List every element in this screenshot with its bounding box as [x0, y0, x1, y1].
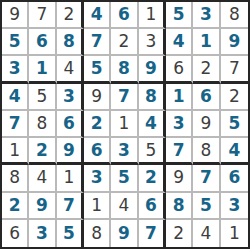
cell-r1c8[interactable]: 3: [193, 2, 220, 29]
cell-r7c8[interactable]: 7: [193, 165, 220, 192]
cell-r7c3[interactable]: 1: [57, 165, 84, 192]
cell-r1c6[interactable]: 1: [139, 2, 166, 29]
cell-r4c4[interactable]: 9: [84, 84, 111, 111]
cell-r2c5[interactable]: 2: [111, 29, 138, 56]
cell-r8c7[interactable]: 8: [166, 193, 193, 220]
cell-r9c4[interactable]: 8: [84, 220, 111, 247]
cell-r5c5[interactable]: 1: [111, 111, 138, 138]
cell-r8c1[interactable]: 2: [2, 193, 29, 220]
cell-r6c4[interactable]: 6: [84, 138, 111, 165]
cell-r5c4[interactable]: 2: [84, 111, 111, 138]
cell-r6c7[interactable]: 7: [166, 138, 193, 165]
cell-r9c5[interactable]: 9: [111, 220, 138, 247]
cell-r4c1[interactable]: 4: [2, 84, 29, 111]
cell-r9c7[interactable]: 2: [166, 220, 193, 247]
cell-r2c9[interactable]: 9: [221, 29, 248, 56]
cell-r2c3[interactable]: 8: [57, 29, 84, 56]
cell-r8c4[interactable]: 1: [84, 193, 111, 220]
cell-r1c7[interactable]: 5: [166, 2, 193, 29]
cell-r3c7[interactable]: 6: [166, 56, 193, 83]
cell-r9c2[interactable]: 3: [29, 220, 56, 247]
cell-r1c4[interactable]: 4: [84, 2, 111, 29]
cell-r5c9[interactable]: 5: [221, 111, 248, 138]
cell-r4c9[interactable]: 2: [221, 84, 248, 111]
cell-r7c5[interactable]: 5: [111, 165, 138, 192]
cell-r6c6[interactable]: 5: [139, 138, 166, 165]
cell-r5c2[interactable]: 8: [29, 111, 56, 138]
cell-r3c3[interactable]: 4: [57, 56, 84, 83]
cell-r7c9[interactable]: 6: [221, 165, 248, 192]
cell-r3c5[interactable]: 8: [111, 56, 138, 83]
cell-r6c3[interactable]: 9: [57, 138, 84, 165]
cell-r8c9[interactable]: 3: [221, 193, 248, 220]
cell-r8c5[interactable]: 4: [111, 193, 138, 220]
cell-r9c8[interactable]: 4: [193, 220, 220, 247]
cell-r9c9[interactable]: 1: [221, 220, 248, 247]
cell-r1c5[interactable]: 6: [111, 2, 138, 29]
cell-r7c6[interactable]: 2: [139, 165, 166, 192]
cell-r3c9[interactable]: 7: [221, 56, 248, 83]
cell-r2c4[interactable]: 7: [84, 29, 111, 56]
cell-r1c3[interactable]: 2: [57, 2, 84, 29]
cell-r8c2[interactable]: 9: [29, 193, 56, 220]
cell-r6c5[interactable]: 3: [111, 138, 138, 165]
cell-r5c8[interactable]: 9: [193, 111, 220, 138]
cell-r7c1[interactable]: 8: [2, 165, 29, 192]
cell-r4c7[interactable]: 1: [166, 84, 193, 111]
cell-r9c6[interactable]: 7: [139, 220, 166, 247]
cell-r4c8[interactable]: 6: [193, 84, 220, 111]
cell-r6c9[interactable]: 4: [221, 138, 248, 165]
cell-r2c2[interactable]: 6: [29, 29, 56, 56]
cell-r6c1[interactable]: 1: [2, 138, 29, 165]
cell-r2c7[interactable]: 4: [166, 29, 193, 56]
cell-r3c1[interactable]: 3: [2, 56, 29, 83]
sudoku-board: 9724615385687234193145896274539781627862…: [0, 0, 250, 249]
cell-r6c2[interactable]: 2: [29, 138, 56, 165]
cell-r7c4[interactable]: 3: [84, 165, 111, 192]
cell-r3c8[interactable]: 2: [193, 56, 220, 83]
cell-r1c2[interactable]: 7: [29, 2, 56, 29]
cell-r5c6[interactable]: 4: [139, 111, 166, 138]
cell-r8c3[interactable]: 7: [57, 193, 84, 220]
cell-r7c7[interactable]: 9: [166, 165, 193, 192]
cell-r8c8[interactable]: 5: [193, 193, 220, 220]
cell-r3c2[interactable]: 1: [29, 56, 56, 83]
cell-r8c6[interactable]: 6: [139, 193, 166, 220]
cell-r7c2[interactable]: 4: [29, 165, 56, 192]
cell-r5c3[interactable]: 6: [57, 111, 84, 138]
cell-r1c9[interactable]: 8: [221, 2, 248, 29]
cell-r4c3[interactable]: 3: [57, 84, 84, 111]
cell-r4c2[interactable]: 5: [29, 84, 56, 111]
cell-r3c4[interactable]: 5: [84, 56, 111, 83]
cell-r6c8[interactable]: 8: [193, 138, 220, 165]
cell-r2c1[interactable]: 5: [2, 29, 29, 56]
cell-r9c1[interactable]: 6: [2, 220, 29, 247]
cell-r5c7[interactable]: 3: [166, 111, 193, 138]
cell-r5c1[interactable]: 7: [2, 111, 29, 138]
cell-r1c1[interactable]: 9: [2, 2, 29, 29]
cell-r4c5[interactable]: 7: [111, 84, 138, 111]
cell-r2c6[interactable]: 3: [139, 29, 166, 56]
cell-r4c6[interactable]: 8: [139, 84, 166, 111]
cell-r2c8[interactable]: 1: [193, 29, 220, 56]
cell-r3c6[interactable]: 9: [139, 56, 166, 83]
cell-r9c3[interactable]: 5: [57, 220, 84, 247]
